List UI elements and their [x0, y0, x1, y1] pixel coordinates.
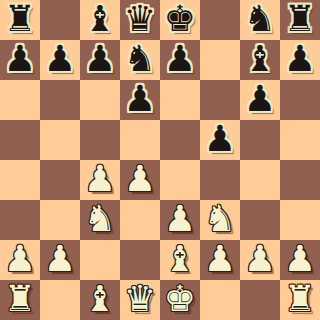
piece-black-knight[interactable]: ♞ — [124, 40, 156, 79]
piece-white-bishop[interactable]: ♝ — [84, 280, 116, 319]
square-c1[interactable]: ♝ — [80, 280, 120, 320]
square-f3[interactable]: ♞ — [200, 200, 240, 240]
piece-white-king[interactable]: ♚ — [164, 280, 196, 319]
square-d6[interactable]: ♟ — [120, 80, 160, 120]
square-c2[interactable] — [80, 240, 120, 280]
square-a1[interactable]: ♜ — [0, 280, 40, 320]
chess-board: ♜♝♛♚♞♜♟♟♟♞♟♝♟♟♟♟♟♟♞♟♞♟♟♝♟♟♟♜♝♛♚♜ — [0, 0, 320, 320]
piece-black-queen[interactable]: ♛ — [124, 0, 156, 39]
piece-black-pawn[interactable]: ♟ — [124, 80, 156, 119]
square-d3[interactable] — [120, 200, 160, 240]
square-b8[interactable] — [40, 0, 80, 40]
square-e2[interactable]: ♝ — [160, 240, 200, 280]
square-h1[interactable]: ♜ — [280, 280, 320, 320]
piece-black-pawn[interactable]: ♟ — [244, 80, 276, 119]
piece-white-rook[interactable]: ♜ — [284, 280, 316, 319]
square-c5[interactable] — [80, 120, 120, 160]
square-g4[interactable] — [240, 160, 280, 200]
square-b6[interactable] — [40, 80, 80, 120]
piece-black-rook[interactable]: ♜ — [4, 0, 36, 39]
square-e6[interactable] — [160, 80, 200, 120]
square-f6[interactable] — [200, 80, 240, 120]
square-e1[interactable]: ♚ — [160, 280, 200, 320]
piece-white-pawn[interactable]: ♟ — [164, 200, 196, 239]
piece-white-pawn[interactable]: ♟ — [244, 240, 276, 279]
piece-black-pawn[interactable]: ♟ — [44, 40, 76, 79]
square-g3[interactable] — [240, 200, 280, 240]
square-h8[interactable]: ♜ — [280, 0, 320, 40]
piece-white-queen[interactable]: ♛ — [124, 280, 156, 319]
square-g1[interactable] — [240, 280, 280, 320]
square-a6[interactable] — [0, 80, 40, 120]
piece-black-bishop[interactable]: ♝ — [84, 0, 116, 39]
square-e3[interactable]: ♟ — [160, 200, 200, 240]
square-e8[interactable]: ♚ — [160, 0, 200, 40]
square-b1[interactable] — [40, 280, 80, 320]
piece-black-pawn[interactable]: ♟ — [284, 40, 316, 79]
square-d5[interactable] — [120, 120, 160, 160]
square-h2[interactable]: ♟ — [280, 240, 320, 280]
square-h4[interactable] — [280, 160, 320, 200]
square-a8[interactable]: ♜ — [0, 0, 40, 40]
square-f7[interactable] — [200, 40, 240, 80]
square-e7[interactable]: ♟ — [160, 40, 200, 80]
square-f4[interactable] — [200, 160, 240, 200]
square-h3[interactable] — [280, 200, 320, 240]
square-e4[interactable] — [160, 160, 200, 200]
piece-white-pawn[interactable]: ♟ — [4, 240, 36, 279]
square-b5[interactable] — [40, 120, 80, 160]
square-c8[interactable]: ♝ — [80, 0, 120, 40]
square-c7[interactable]: ♟ — [80, 40, 120, 80]
square-a5[interactable] — [0, 120, 40, 160]
square-b4[interactable] — [40, 160, 80, 200]
square-d1[interactable]: ♛ — [120, 280, 160, 320]
square-g7[interactable]: ♝ — [240, 40, 280, 80]
square-a4[interactable] — [0, 160, 40, 200]
piece-white-pawn[interactable]: ♟ — [204, 240, 236, 279]
square-d4[interactable]: ♟ — [120, 160, 160, 200]
piece-white-pawn[interactable]: ♟ — [44, 240, 76, 279]
piece-white-pawn[interactable]: ♟ — [124, 160, 156, 199]
square-d7[interactable]: ♞ — [120, 40, 160, 80]
piece-black-pawn[interactable]: ♟ — [84, 40, 116, 79]
piece-black-rook[interactable]: ♜ — [284, 0, 316, 39]
square-b2[interactable]: ♟ — [40, 240, 80, 280]
square-d8[interactable]: ♛ — [120, 0, 160, 40]
square-g8[interactable]: ♞ — [240, 0, 280, 40]
square-h6[interactable] — [280, 80, 320, 120]
piece-black-pawn[interactable]: ♟ — [204, 120, 236, 159]
square-a3[interactable] — [0, 200, 40, 240]
square-h5[interactable] — [280, 120, 320, 160]
piece-black-pawn[interactable]: ♟ — [4, 40, 36, 79]
piece-black-bishop[interactable]: ♝ — [244, 40, 276, 79]
square-b3[interactable] — [40, 200, 80, 240]
square-d2[interactable] — [120, 240, 160, 280]
piece-white-knight[interactable]: ♞ — [84, 200, 116, 239]
piece-white-bishop[interactable]: ♝ — [164, 240, 196, 279]
square-c4[interactable]: ♟ — [80, 160, 120, 200]
piece-white-pawn[interactable]: ♟ — [284, 240, 316, 279]
piece-white-knight[interactable]: ♞ — [204, 200, 236, 239]
piece-white-pawn[interactable]: ♟ — [84, 160, 116, 199]
piece-black-knight[interactable]: ♞ — [244, 0, 276, 39]
square-a2[interactable]: ♟ — [0, 240, 40, 280]
square-f2[interactable]: ♟ — [200, 240, 240, 280]
square-f8[interactable] — [200, 0, 240, 40]
square-g6[interactable]: ♟ — [240, 80, 280, 120]
square-b7[interactable]: ♟ — [40, 40, 80, 80]
piece-white-rook[interactable]: ♜ — [4, 280, 36, 319]
piece-black-pawn[interactable]: ♟ — [164, 40, 196, 79]
square-e5[interactable] — [160, 120, 200, 160]
square-f5[interactable]: ♟ — [200, 120, 240, 160]
square-g5[interactable] — [240, 120, 280, 160]
square-c3[interactable]: ♞ — [80, 200, 120, 240]
square-g2[interactable]: ♟ — [240, 240, 280, 280]
square-h7[interactable]: ♟ — [280, 40, 320, 80]
piece-black-king[interactable]: ♚ — [164, 0, 196, 39]
square-a7[interactable]: ♟ — [0, 40, 40, 80]
square-f1[interactable] — [200, 280, 240, 320]
square-c6[interactable] — [80, 80, 120, 120]
